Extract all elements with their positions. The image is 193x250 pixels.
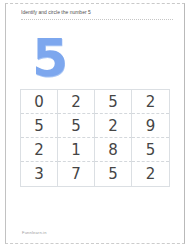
- grid-cell[interactable]: 5: [132, 138, 169, 162]
- grid-cell[interactable]: 2: [58, 90, 95, 114]
- grid-cell[interactable]: 5: [21, 114, 58, 138]
- number-grid: 0 2 5 2 5 5 2 9 2 1 8 5 3 7 5 2: [20, 89, 170, 187]
- grid-cell[interactable]: 1: [58, 138, 95, 162]
- grid-cell[interactable]: 9: [132, 114, 169, 138]
- grid-cell[interactable]: 7: [58, 162, 95, 186]
- grid-cell[interactable]: 5: [95, 162, 132, 186]
- grid-cell[interactable]: 2: [95, 114, 132, 138]
- grid-cell[interactable]: 2: [21, 138, 58, 162]
- grid-cell[interactable]: 3: [21, 162, 58, 186]
- grid-cell[interactable]: 8: [95, 138, 132, 162]
- grid-cell[interactable]: 0: [21, 90, 58, 114]
- worksheet-page: Identify and circle the number 5 5 0 2 5…: [5, 3, 185, 244]
- grid-cell[interactable]: 5: [95, 90, 132, 114]
- source-credit: Funnlearn.in: [22, 230, 47, 235]
- worksheet-title: Identify and circle the number 5: [21, 9, 173, 20]
- target-number-display: 5: [32, 32, 68, 84]
- grid-cell[interactable]: 2: [132, 90, 169, 114]
- grid-cell[interactable]: 5: [58, 114, 95, 138]
- grid-cell[interactable]: 2: [132, 162, 169, 186]
